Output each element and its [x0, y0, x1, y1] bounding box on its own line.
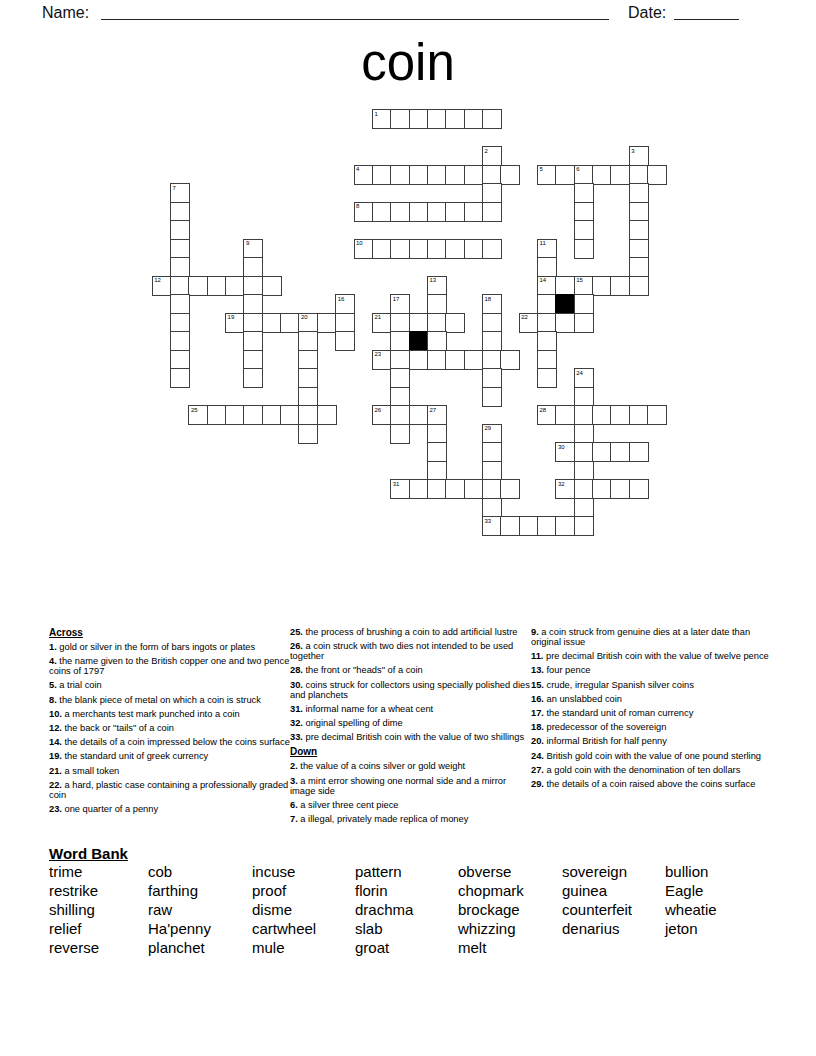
grid-cell[interactable]: [427, 313, 447, 333]
grid-cell[interactable]: [243, 331, 263, 351]
grid-cell[interactable]: [225, 405, 245, 425]
grid-cell[interactable]: [629, 257, 649, 277]
grid-cell[interactable]: 31: [390, 479, 410, 499]
word-bank-column: sovereignguineacounterfeitdenarius: [562, 862, 665, 957]
clue-across-19: 19. the standard unit of greek currency: [49, 751, 291, 761]
grid-cell[interactable]: [610, 442, 630, 462]
clue-down-2: 2. the value of a coins silver or gold w…: [290, 761, 532, 771]
clue-down-18: 18. predecessor of the sovereign: [531, 722, 773, 732]
grid-cell[interactable]: [555, 516, 575, 536]
grid-cell[interactable]: [427, 424, 447, 444]
cell-number: 2: [484, 148, 487, 155]
clue-across-30: 30. coins struck for collectors using sp…: [290, 680, 532, 700]
grid-cell[interactable]: [574, 424, 594, 444]
clue-across-5: 5. a trial coin: [49, 680, 291, 690]
grid-cell[interactable]: [629, 165, 649, 185]
clue-across-8: 8. the blank piece of metal on which a c…: [49, 695, 291, 705]
grid-cell[interactable]: 33: [482, 516, 502, 536]
grid-cell[interactable]: 19: [225, 313, 245, 333]
grid-cell[interactable]: [537, 313, 557, 333]
grid-cell[interactable]: [574, 294, 594, 314]
grid-cell[interactable]: [280, 313, 300, 333]
word-bank-word: mule: [252, 938, 355, 957]
grid-cell[interactable]: [243, 257, 263, 277]
grid-cell[interactable]: 25: [188, 405, 208, 425]
word-bank-word: proof: [252, 881, 355, 900]
grid-cell[interactable]: 16: [335, 294, 355, 314]
grid-cell[interactable]: [629, 479, 649, 499]
grid-cell[interactable]: 21: [372, 313, 392, 333]
word-bank-column: trimerestrikeshillingreliefreverse: [49, 862, 148, 957]
grid-cell[interactable]: [409, 109, 429, 129]
grid-cell[interactable]: [592, 165, 612, 185]
date-input-line[interactable]: [674, 6, 739, 20]
grid-cell[interactable]: [170, 350, 190, 370]
grid-cell[interactable]: [409, 479, 429, 499]
grid-cell[interactable]: [464, 350, 484, 370]
clue-down-24: 24. British gold coin with the value of …: [531, 751, 773, 761]
grid-cell[interactable]: [225, 276, 245, 296]
clue-down-20: 20. informal British for half penny: [531, 736, 773, 746]
grid-cell[interactable]: [555, 313, 575, 333]
cell-number: 9: [246, 240, 249, 247]
word-bank-word: florin: [355, 881, 458, 900]
cell-number: 13: [429, 277, 436, 284]
grid-cell[interactable]: 30: [555, 442, 575, 462]
grid-cell[interactable]: [500, 165, 520, 185]
word-bank-word: bullion: [665, 862, 765, 881]
grid-cell[interactable]: [170, 239, 190, 259]
grid-cell[interactable]: [262, 313, 282, 333]
cell-number: 31: [393, 481, 400, 488]
cell-number: 12: [154, 277, 161, 284]
grid-cell[interactable]: [464, 165, 484, 185]
grid-cell[interactable]: [427, 479, 447, 499]
grid-cell[interactable]: 14: [537, 276, 557, 296]
word-bank-column: patternflorindrachmaslabgroat: [355, 862, 458, 957]
clue-across-26: 26. a coin struck with two dies not inte…: [290, 641, 532, 661]
grid-cell[interactable]: [592, 276, 612, 296]
word-bank-word: sovereign: [562, 862, 665, 881]
word-bank-column: obversechopmarkbrockagewhizzingmelt: [458, 862, 562, 957]
grid-cell[interactable]: [629, 442, 649, 462]
grid-cell[interactable]: [390, 331, 410, 351]
grid-cell[interactable]: [427, 331, 447, 351]
grid-cell[interactable]: [298, 387, 318, 407]
grid-cell[interactable]: [464, 479, 484, 499]
grid-cell[interactable]: [482, 498, 502, 518]
clue-across-23: 23. one quarter of a penny: [49, 804, 291, 814]
clue-across-32: 32. original spelling of dime: [290, 718, 532, 728]
cell-number: 18: [484, 296, 491, 303]
word-bank-word: relief: [49, 919, 148, 938]
grid-cell[interactable]: [445, 202, 465, 222]
grid-cell[interactable]: [207, 276, 227, 296]
clue-across-25: 25. the process of brushing a coin to ad…: [290, 627, 532, 637]
grid-cell[interactable]: [262, 276, 282, 296]
grid-cell[interactable]: [390, 387, 410, 407]
clue-down-16: 16. an unslabbed coin: [531, 694, 773, 704]
grid-cell[interactable]: [555, 165, 575, 185]
grid-cell[interactable]: [390, 424, 410, 444]
clue-across-14: 14. the details of a coin impressed belo…: [49, 737, 291, 747]
cell-number: 10: [356, 240, 363, 247]
down-heading: Down: [290, 746, 532, 757]
grid-cell[interactable]: [445, 239, 465, 259]
word-bank-word: counterfeit: [562, 900, 665, 919]
grid-cell[interactable]: [243, 276, 263, 296]
grid-cell[interactable]: [409, 239, 429, 259]
grid-cell[interactable]: 3: [629, 146, 649, 166]
grid-cell[interactable]: [170, 220, 190, 240]
grid-cell[interactable]: [574, 516, 594, 536]
grid-cell[interactable]: [537, 294, 557, 314]
word-bank-column: bullionEaglewheatiejeton: [665, 862, 765, 957]
grid-cell[interactable]: 10: [354, 239, 374, 259]
grid-cell[interactable]: [170, 257, 190, 277]
grid-cell[interactable]: [574, 202, 594, 222]
grid-cell[interactable]: 13: [427, 276, 447, 296]
grid-cell[interactable]: [537, 257, 557, 277]
grid-cell[interactable]: [610, 405, 630, 425]
cell-number: 24: [576, 370, 583, 377]
grid-cell[interactable]: [445, 165, 465, 185]
grid-cell[interactable]: [482, 183, 502, 203]
grid-cell[interactable]: [482, 109, 502, 129]
grid-cell[interactable]: [537, 350, 557, 370]
grid-cell[interactable]: [427, 165, 447, 185]
cell-number: 11: [540, 240, 546, 247]
clue-across-33: 33. pre decimal British coin with the va…: [290, 732, 532, 742]
word-bank-word: trime: [49, 862, 148, 881]
grid-cell[interactable]: [482, 461, 502, 481]
word-bank-word: planchet: [148, 938, 252, 957]
cell-number: 30: [558, 444, 565, 451]
cell-number: 4: [356, 166, 359, 173]
grid-cell[interactable]: [243, 405, 263, 425]
clue-down-9: 9. a coin struck from genuine dies at a …: [531, 627, 773, 647]
grid-cell[interactable]: [390, 109, 410, 129]
grid-cell[interactable]: [317, 313, 337, 333]
grid-cell[interactable]: 17: [390, 294, 410, 314]
grid-cell[interactable]: [409, 350, 429, 370]
grid-cell[interactable]: [629, 276, 649, 296]
word-bank-word: melt: [458, 938, 562, 957]
grid-cell[interactable]: 18: [482, 294, 502, 314]
grid-cell[interactable]: [500, 479, 520, 499]
grid-cell[interactable]: [390, 350, 410, 370]
grid-cell[interactable]: 6: [574, 165, 594, 185]
word-bank-column: incuseproofdismecartwheelmule: [252, 862, 355, 957]
clue-across-28: 28. the front or "heads" of a coin: [290, 665, 532, 675]
clue-down-13: 13. four pence: [531, 665, 773, 675]
grid-cell[interactable]: [372, 202, 392, 222]
clue-across-4: 4. the name given to the British copper …: [49, 656, 291, 676]
grid-cell[interactable]: [445, 109, 465, 129]
cell-number: 8: [356, 203, 359, 210]
grid-cell[interactable]: [170, 276, 190, 296]
word-bank-word: pattern: [355, 862, 458, 881]
word-bank-word: whizzing: [458, 919, 562, 938]
grid-cell[interactable]: [519, 516, 539, 536]
grid-cell[interactable]: [188, 276, 208, 296]
word-bank-word: incuse: [252, 862, 355, 881]
grid-cell[interactable]: [647, 405, 667, 425]
grid-cell[interactable]: [574, 405, 594, 425]
grid-cell[interactable]: [574, 239, 594, 259]
grid-cell[interactable]: 7: [170, 183, 190, 203]
grid-cell[interactable]: [427, 350, 447, 370]
grid-cell[interactable]: [592, 405, 612, 425]
cell-number: 21: [374, 314, 381, 321]
grid-cell[interactable]: [298, 368, 318, 388]
grid-cell[interactable]: [482, 387, 502, 407]
clue-across-31: 31. informal name for a wheat cent: [290, 704, 532, 714]
grid-cell[interactable]: [409, 313, 429, 333]
grid-cell[interactable]: 2: [482, 146, 502, 166]
grid-cell[interactable]: [390, 165, 410, 185]
grid-cell[interactable]: 11: [537, 239, 557, 259]
grid-cell[interactable]: [482, 479, 502, 499]
name-input-line[interactable]: [101, 6, 609, 20]
word-bank-word: brockage: [458, 900, 562, 919]
grid-cell[interactable]: [445, 313, 465, 333]
clue-column-1: Across1. gold or silver in the form of b…: [49, 627, 291, 818]
grid-cell[interactable]: [170, 313, 190, 333]
word-bank-word: denarius: [562, 919, 665, 938]
grid-cell[interactable]: [207, 405, 227, 425]
grid-cell[interactable]: 23: [372, 350, 392, 370]
grid-cell[interactable]: [390, 405, 410, 425]
word-bank-column: cobfarthingrawHa'pennyplanchet: [148, 862, 252, 957]
grid-cell[interactable]: [409, 165, 429, 185]
grid-cell[interactable]: [482, 202, 502, 222]
word-bank-word: reverse: [49, 938, 148, 957]
grid-cell[interactable]: [298, 331, 318, 351]
grid-cell[interactable]: [390, 239, 410, 259]
grid-cell[interactable]: [592, 442, 612, 462]
grid-cell[interactable]: [243, 313, 263, 333]
grid-cell[interactable]: [592, 479, 612, 499]
grid-cell[interactable]: [409, 202, 429, 222]
grid-cell[interactable]: [427, 461, 447, 481]
word-bank-word: disme: [252, 900, 355, 919]
cell-number: 22: [521, 314, 528, 321]
cell-number: 19: [228, 314, 235, 321]
grid-cell[interactable]: 22: [519, 313, 539, 333]
cell-number: 3: [631, 148, 634, 155]
cell-number: 7: [173, 185, 176, 192]
cell-number: 1: [374, 111, 377, 118]
cell-number: 29: [484, 425, 491, 432]
clue-column-3: 9. a coin struck from genuine dies at a …: [531, 627, 773, 793]
grid-cell[interactable]: [482, 239, 502, 259]
grid-cell[interactable]: [390, 368, 410, 388]
cell-number: 28: [540, 407, 547, 414]
grid-cell[interactable]: 20: [298, 313, 318, 333]
word-bank-word: farthing: [148, 881, 252, 900]
grid-cell[interactable]: [298, 424, 318, 444]
clue-column-2: 25. the process of brushing a coin to ad…: [290, 627, 532, 828]
word-bank-word: groat: [355, 938, 458, 957]
grid-cell[interactable]: [390, 313, 410, 333]
grid-cell[interactable]: 8: [354, 202, 374, 222]
word-bank-word: cartwheel: [252, 919, 355, 938]
grid-cell[interactable]: [574, 479, 594, 499]
grid-cell[interactable]: [610, 276, 630, 296]
grid-cell[interactable]: [427, 239, 447, 259]
clue-across-10: 10. a merchants test mark punched into a…: [49, 709, 291, 719]
word-bank-word: wheatie: [665, 900, 765, 919]
cell-number: 23: [374, 351, 381, 358]
word-bank-word: drachma: [355, 900, 458, 919]
grid-cell[interactable]: [464, 109, 484, 129]
clue-down-17: 17. the standard unit of roman currency: [531, 708, 773, 718]
word-bank-heading: Word Bank: [49, 845, 128, 862]
grid-cell[interactable]: [280, 405, 300, 425]
word-bank-word: slab: [355, 919, 458, 938]
word-bank-word: cob: [148, 862, 252, 881]
grid-cell[interactable]: [170, 202, 190, 222]
grid-cell[interactable]: 12: [152, 276, 172, 296]
grid-cell[interactable]: [500, 516, 520, 536]
grid-cell[interactable]: [574, 183, 594, 203]
grid-cell[interactable]: [574, 313, 594, 333]
clue-down-6: 6. a silver three cent piece: [290, 800, 532, 810]
grid-cell[interactable]: [482, 313, 502, 333]
grid-cell[interactable]: 28: [537, 405, 557, 425]
cell-number: 20: [301, 314, 308, 321]
grid-cell[interactable]: [500, 350, 520, 370]
name-label: Name:: [42, 4, 89, 22]
grid-cell[interactable]: [610, 165, 630, 185]
date-label: Date:: [628, 4, 666, 22]
cell-number: 6: [576, 166, 579, 173]
grid-cell[interactable]: [574, 461, 594, 481]
grid-cell[interactable]: 4: [354, 165, 374, 185]
word-bank-word: restrike: [49, 881, 148, 900]
cell-number: 5: [540, 166, 543, 173]
grid-cell[interactable]: [482, 165, 502, 185]
grid-cell[interactable]: [574, 498, 594, 518]
word-bank-word: Ha'penny: [148, 919, 252, 938]
clue-down-3: 3. a mint error showing one normal side …: [290, 776, 532, 796]
cell-number: 27: [429, 407, 436, 414]
grid-cell[interactable]: [170, 294, 190, 314]
word-bank-word: chopmark: [458, 881, 562, 900]
grid-cell[interactable]: [317, 405, 337, 425]
grid-cell[interactable]: [427, 442, 447, 462]
cell-number: 14: [540, 277, 547, 284]
word-bank-word: raw: [148, 900, 252, 919]
grid-cell[interactable]: [262, 405, 282, 425]
grid-cell[interactable]: [243, 350, 263, 370]
grid-cell[interactable]: [647, 165, 667, 185]
grid-cell[interactable]: [482, 331, 502, 351]
grid-cell[interactable]: [409, 405, 429, 425]
grid-cell[interactable]: [390, 202, 410, 222]
grid-cell[interactable]: [445, 350, 465, 370]
grid-cell[interactable]: 26: [372, 405, 392, 425]
grid-cell[interactable]: [243, 294, 263, 314]
grid-cell[interactable]: [629, 183, 649, 203]
cell-number: 16: [338, 296, 345, 303]
grid-cell[interactable]: [445, 479, 465, 499]
grid-cell[interactable]: [610, 479, 630, 499]
grid-cell[interactable]: [482, 368, 502, 388]
clue-across-12: 12. the back or "tails" of a coin: [49, 723, 291, 733]
grid-cell[interactable]: [482, 350, 502, 370]
grid-cell[interactable]: 9: [243, 239, 263, 259]
grid-cell[interactable]: 1: [372, 109, 392, 129]
grid-cell[interactable]: 5: [537, 165, 557, 185]
grid-cell[interactable]: [537, 331, 557, 351]
grid-cell[interactable]: [574, 220, 594, 240]
grid-cell[interactable]: [464, 239, 484, 259]
grid-cell[interactable]: [335, 313, 355, 333]
cell-number: 32: [558, 481, 565, 488]
clue-across-22: 22. a hard, plastic case containing a pr…: [49, 780, 291, 800]
grid-cell[interactable]: 27: [427, 405, 447, 425]
cell-number: 15: [576, 277, 583, 284]
grid-cell[interactable]: [537, 368, 557, 388]
grid-cell[interactable]: [537, 516, 557, 536]
clue-down-15: 15. crude, irregular Spanish silver coin…: [531, 680, 773, 690]
grid-cell[interactable]: 15: [574, 276, 594, 296]
clue-across-21: 21. a small token: [49, 766, 291, 776]
grid-cell[interactable]: [555, 276, 575, 296]
grid-cell[interactable]: [574, 387, 594, 407]
word-bank-word: jeton: [665, 919, 765, 938]
grid-cell[interactable]: [629, 405, 649, 425]
grid-cell[interactable]: [482, 442, 502, 462]
across-heading: Across: [49, 627, 291, 638]
grid-cell[interactable]: [555, 405, 575, 425]
word-bank-word: guinea: [562, 881, 665, 900]
cell-number: 17: [393, 296, 400, 303]
grid-cell[interactable]: [372, 239, 392, 259]
grid-cell[interactable]: [427, 202, 447, 222]
cell-number: 26: [374, 407, 381, 414]
grid-cell[interactable]: 24: [574, 368, 594, 388]
grid-cell[interactable]: [298, 405, 318, 425]
black-cell: [555, 294, 575, 314]
crossword-worksheet: Name: Date: coin 12345678910111213141516…: [0, 0, 816, 1056]
grid-cell[interactable]: 29: [482, 424, 502, 444]
grid-cell[interactable]: [372, 165, 392, 185]
grid-cell[interactable]: [170, 368, 190, 388]
grid-cell[interactable]: 32: [555, 479, 575, 499]
clue-down-7: 7. a illegal, privately made replica of …: [290, 814, 532, 824]
grid-cell[interactable]: [427, 294, 447, 314]
grid-cell[interactable]: [427, 109, 447, 129]
grid-cell[interactable]: [243, 368, 263, 388]
puzzle-title: coin: [0, 33, 816, 92]
grid-cell[interactable]: [629, 220, 649, 240]
grid-cell[interactable]: [629, 239, 649, 259]
grid-cell[interactable]: [574, 442, 594, 462]
word-bank-word: obverse: [458, 862, 562, 881]
grid-cell[interactable]: [629, 202, 649, 222]
grid-cell[interactable]: [335, 331, 355, 351]
cell-number: 33: [484, 518, 491, 525]
clue-down-11: 11. pre decimal British coin with the va…: [531, 651, 773, 661]
grid-cell[interactable]: [298, 350, 318, 370]
grid-cell[interactable]: [170, 331, 190, 351]
grid-cell[interactable]: [464, 202, 484, 222]
word-bank-word: shilling: [49, 900, 148, 919]
clue-down-27: 27. a gold coin with the denomination of…: [531, 765, 773, 775]
